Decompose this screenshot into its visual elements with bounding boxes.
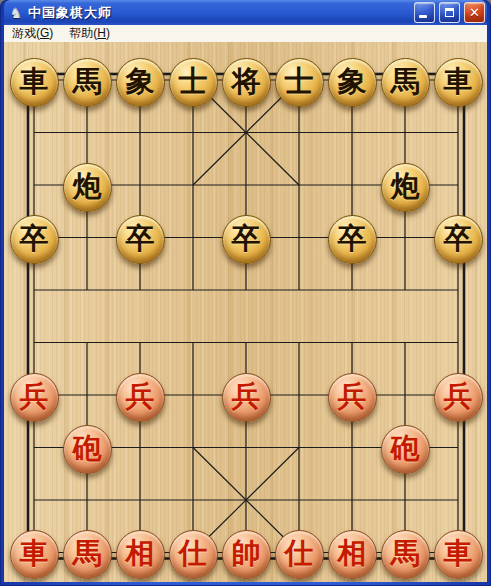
piece-glyph: 仕	[179, 539, 208, 568]
piece-black-cannon[interactable]: 炮	[63, 163, 112, 212]
menu-item-game[interactable]: 游戏(G)	[12, 25, 53, 42]
piece-black-horse[interactable]: 馬	[63, 58, 112, 107]
menu-bar: 游戏(G) 帮助(H)	[4, 25, 487, 42]
menu-game-label-end: )	[49, 26, 53, 40]
piece-glyph: 炮	[391, 172, 420, 201]
piece-glyph: 帥	[232, 539, 261, 568]
piece-glyph: 象	[338, 67, 367, 96]
piece-black-elephant[interactable]: 象	[116, 58, 165, 107]
piece-glyph: 卒	[338, 224, 367, 253]
app-window: ♞ 中国象棋大师 ✕ 游戏(G) 帮助(H) 車馬象士将士象馬車炮炮卒卒卒卒卒兵…	[0, 0, 491, 586]
maximize-icon	[445, 8, 454, 17]
piece-glyph: 仕	[285, 539, 314, 568]
piece-red-soldier[interactable]: 兵	[10, 373, 59, 422]
piece-glyph: 砲	[73, 434, 102, 463]
piece-black-general[interactable]: 将	[222, 58, 271, 107]
piece-glyph: 兵	[20, 382, 49, 411]
piece-red-cannon[interactable]: 砲	[381, 425, 430, 474]
piece-glyph: 象	[126, 67, 155, 96]
piece-glyph: 馬	[391, 539, 420, 568]
piece-black-soldier[interactable]: 卒	[434, 215, 483, 264]
piece-red-horse[interactable]: 馬	[63, 530, 112, 579]
piece-glyph: 馬	[73, 67, 102, 96]
piece-black-soldier[interactable]: 卒	[116, 215, 165, 264]
piece-glyph: 砲	[391, 434, 420, 463]
xiangqi-board[interactable]: 車馬象士将士象馬車炮炮卒卒卒卒卒兵兵兵兵兵砲砲車馬相仕帥仕相馬車	[4, 42, 487, 582]
piece-red-chariot[interactable]: 車	[434, 530, 483, 579]
close-button[interactable]: ✕	[464, 2, 485, 23]
piece-glyph: 士	[285, 67, 314, 96]
piece-red-chariot[interactable]: 車	[10, 530, 59, 579]
piece-glyph: 卒	[232, 224, 261, 253]
piece-glyph: 兵	[126, 382, 155, 411]
piece-black-horse[interactable]: 馬	[381, 58, 430, 107]
piece-glyph: 馬	[391, 67, 420, 96]
piece-glyph: 車	[444, 539, 473, 568]
piece-red-soldier[interactable]: 兵	[116, 373, 165, 422]
menu-help-label-end: )	[106, 26, 110, 40]
piece-red-elephant[interactable]: 相	[116, 530, 165, 579]
title-bar[interactable]: ♞ 中国象棋大师 ✕	[4, 0, 487, 25]
maximize-button[interactable]	[439, 2, 460, 23]
minimize-icon	[419, 15, 427, 18]
piece-black-soldier[interactable]: 卒	[328, 215, 377, 264]
piece-glyph: 炮	[73, 172, 102, 201]
board-grid[interactable]: 車馬象士将士象馬車炮炮卒卒卒卒卒兵兵兵兵兵砲砲車馬相仕帥仕相馬車	[8, 54, 485, 579]
piece-black-elephant[interactable]: 象	[328, 58, 377, 107]
menu-game-label: 游戏(	[12, 26, 40, 40]
piece-glyph: 相	[338, 539, 367, 568]
piece-black-cannon[interactable]: 炮	[381, 163, 430, 212]
minimize-button[interactable]	[414, 2, 435, 23]
piece-glyph: 車	[20, 539, 49, 568]
piece-black-chariot[interactable]: 車	[434, 58, 483, 107]
piece-black-advisor[interactable]: 士	[275, 58, 324, 107]
piece-glyph: 卒	[126, 224, 155, 253]
piece-red-general[interactable]: 帥	[222, 530, 271, 579]
piece-black-advisor[interactable]: 士	[169, 58, 218, 107]
piece-black-soldier[interactable]: 卒	[10, 215, 59, 264]
piece-glyph: 卒	[444, 224, 473, 253]
piece-glyph: 卒	[20, 224, 49, 253]
piece-red-soldier[interactable]: 兵	[434, 373, 483, 422]
piece-glyph: 車	[20, 67, 49, 96]
app-icon[interactable]: ♞	[8, 5, 24, 21]
menu-help-label: 帮助(	[69, 26, 97, 40]
piece-glyph: 兵	[444, 382, 473, 411]
piece-red-cannon[interactable]: 砲	[63, 425, 112, 474]
piece-red-advisor[interactable]: 仕	[275, 530, 324, 579]
menu-game-hotkey: G	[40, 26, 49, 40]
window-title: 中国象棋大师	[28, 4, 410, 22]
piece-glyph: 相	[126, 539, 155, 568]
menu-help-hotkey: H	[97, 26, 106, 40]
piece-red-advisor[interactable]: 仕	[169, 530, 218, 579]
piece-glyph: 兵	[232, 382, 261, 411]
close-icon: ✕	[469, 6, 480, 19]
piece-glyph: 将	[232, 67, 261, 96]
menu-item-help[interactable]: 帮助(H)	[69, 25, 110, 42]
piece-black-soldier[interactable]: 卒	[222, 215, 271, 264]
piece-glyph: 士	[179, 67, 208, 96]
piece-glyph: 馬	[73, 539, 102, 568]
piece-red-elephant[interactable]: 相	[328, 530, 377, 579]
piece-red-soldier[interactable]: 兵	[328, 373, 377, 422]
piece-red-horse[interactable]: 馬	[381, 530, 430, 579]
piece-red-soldier[interactable]: 兵	[222, 373, 271, 422]
piece-glyph: 兵	[338, 382, 367, 411]
piece-black-chariot[interactable]: 車	[10, 58, 59, 107]
piece-glyph: 車	[444, 67, 473, 96]
